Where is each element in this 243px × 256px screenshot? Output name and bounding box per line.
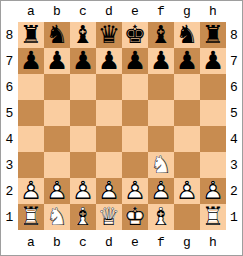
file-label-top-f: f bbox=[148, 1, 174, 22]
white-pawn-glyph: ♙ bbox=[174, 178, 200, 204]
white-bishop-glyph: ♗ bbox=[148, 204, 174, 230]
square-g3[interactable] bbox=[174, 152, 200, 178]
black-knight-glyph: ♞ bbox=[44, 22, 70, 48]
piece-black-rook[interactable]: ♜ bbox=[18, 22, 44, 48]
piece-black-bishop[interactable]: ♝ bbox=[148, 22, 174, 48]
square-b1[interactable]: ♞♘ bbox=[44, 204, 70, 230]
square-a7[interactable]: ♟ bbox=[18, 48, 44, 74]
square-h7[interactable]: ♟ bbox=[200, 48, 226, 74]
piece-black-queen[interactable]: ♛ bbox=[96, 22, 122, 48]
square-b4[interactable] bbox=[44, 126, 70, 152]
square-f4[interactable] bbox=[148, 126, 174, 152]
rank-label-right-4: 4 bbox=[226, 126, 242, 152]
piece-black-knight[interactable]: ♞ bbox=[174, 22, 200, 48]
rank-label-right-8: 8 bbox=[226, 22, 242, 48]
black-pawn-glyph: ♟ bbox=[174, 48, 200, 74]
piece-white-pawn[interactable]: ♟♙ bbox=[122, 178, 148, 204]
white-bishop-glyph: ♗ bbox=[70, 204, 96, 230]
rank-label-left-3: 3 bbox=[1, 152, 18, 178]
square-b5[interactable] bbox=[44, 100, 70, 126]
square-h6[interactable] bbox=[200, 74, 226, 100]
square-e8[interactable]: ♚ bbox=[122, 22, 148, 48]
black-pawn-glyph: ♟ bbox=[96, 48, 122, 74]
file-label-bottom-h: h bbox=[200, 230, 226, 255]
square-d7[interactable]: ♟ bbox=[96, 48, 122, 74]
piece-black-rook[interactable]: ♜ bbox=[200, 22, 226, 48]
square-c4[interactable] bbox=[70, 126, 96, 152]
piece-white-rook[interactable]: ♜♖ bbox=[18, 204, 44, 230]
piece-black-king[interactable]: ♚ bbox=[122, 22, 148, 48]
black-rook-glyph: ♜ bbox=[200, 22, 226, 48]
square-e5[interactable] bbox=[122, 100, 148, 126]
square-f3[interactable]: ♞♘ bbox=[148, 152, 174, 178]
square-c5[interactable] bbox=[70, 100, 96, 126]
square-e1[interactable]: ♚♔ bbox=[122, 204, 148, 230]
corner-spacer bbox=[1, 1, 18, 22]
piece-white-pawn[interactable]: ♟♙ bbox=[174, 178, 200, 204]
square-a8[interactable]: ♜ bbox=[18, 22, 44, 48]
black-pawn-glyph: ♟ bbox=[122, 48, 148, 74]
square-g1[interactable] bbox=[174, 204, 200, 230]
square-d8[interactable]: ♛ bbox=[96, 22, 122, 48]
white-pawn-glyph: ♙ bbox=[200, 178, 226, 204]
file-label-bottom-d: d bbox=[96, 230, 122, 255]
chess-board: abcdefgh8♜♞♝♛♚♝♞♜87♟♟♟♟♟♟♟♟76655443♞♘32♟… bbox=[1, 1, 242, 255]
square-g6[interactable] bbox=[174, 74, 200, 100]
white-pawn-glyph: ♙ bbox=[18, 178, 44, 204]
square-c2[interactable]: ♟♙ bbox=[70, 178, 96, 204]
piece-black-pawn[interactable]: ♟ bbox=[200, 48, 226, 74]
square-h1[interactable]: ♜♖ bbox=[200, 204, 226, 230]
square-d6[interactable] bbox=[96, 74, 122, 100]
square-b3[interactable] bbox=[44, 152, 70, 178]
white-pawn-glyph: ♙ bbox=[96, 178, 122, 204]
file-label-top-e: e bbox=[122, 1, 148, 22]
file-label-bottom-a: a bbox=[18, 230, 44, 255]
square-a5[interactable] bbox=[18, 100, 44, 126]
piece-white-pawn[interactable]: ♟♙ bbox=[96, 178, 122, 204]
square-f6[interactable] bbox=[148, 74, 174, 100]
white-king-glyph: ♔ bbox=[122, 204, 148, 230]
piece-white-pawn[interactable]: ♟♙ bbox=[148, 178, 174, 204]
file-label-bottom-b: b bbox=[44, 230, 70, 255]
square-f1[interactable]: ♝♗ bbox=[148, 204, 174, 230]
square-b6[interactable] bbox=[44, 74, 70, 100]
piece-black-pawn[interactable]: ♟ bbox=[96, 48, 122, 74]
square-e7[interactable]: ♟ bbox=[122, 48, 148, 74]
file-label-top-d: d bbox=[96, 1, 122, 22]
square-d3[interactable] bbox=[96, 152, 122, 178]
file-label-bottom-e: e bbox=[122, 230, 148, 255]
black-pawn-glyph: ♟ bbox=[44, 48, 70, 74]
white-rook-glyph: ♖ bbox=[200, 204, 226, 230]
piece-white-king[interactable]: ♚♔ bbox=[122, 204, 148, 230]
piece-white-knight[interactable]: ♞♘ bbox=[148, 152, 174, 178]
black-pawn-glyph: ♟ bbox=[70, 48, 96, 74]
square-h8[interactable]: ♜ bbox=[200, 22, 226, 48]
square-d1[interactable]: ♛♕ bbox=[96, 204, 122, 230]
piece-black-pawn[interactable]: ♟ bbox=[148, 48, 174, 74]
square-f8[interactable]: ♝ bbox=[148, 22, 174, 48]
piece-black-pawn[interactable]: ♟ bbox=[122, 48, 148, 74]
file-label-top-b: b bbox=[44, 1, 70, 22]
rank-label-right-6: 6 bbox=[226, 74, 242, 100]
square-f2[interactable]: ♟♙ bbox=[148, 178, 174, 204]
square-a4[interactable] bbox=[18, 126, 44, 152]
corner-spacer bbox=[226, 1, 242, 22]
file-label-bottom-c: c bbox=[70, 230, 96, 255]
square-b2[interactable]: ♟♙ bbox=[44, 178, 70, 204]
black-queen-glyph: ♛ bbox=[96, 22, 122, 48]
file-label-top-g: g bbox=[174, 1, 200, 22]
square-e2[interactable]: ♟♙ bbox=[122, 178, 148, 204]
square-h4[interactable] bbox=[200, 126, 226, 152]
square-g8[interactable]: ♞ bbox=[174, 22, 200, 48]
square-g2[interactable]: ♟♙ bbox=[174, 178, 200, 204]
rank-label-left-6: 6 bbox=[1, 74, 18, 100]
file-label-bottom-f: f bbox=[148, 230, 174, 255]
white-pawn-glyph: ♙ bbox=[70, 178, 96, 204]
rank-label-left-7: 7 bbox=[1, 48, 18, 74]
black-pawn-glyph: ♟ bbox=[200, 48, 226, 74]
square-e4[interactable] bbox=[122, 126, 148, 152]
piece-white-pawn[interactable]: ♟♙ bbox=[44, 178, 70, 204]
rank-label-left-2: 2 bbox=[1, 178, 18, 204]
file-label-top-c: c bbox=[70, 1, 96, 22]
square-h2[interactable]: ♟♙ bbox=[200, 178, 226, 204]
rank-label-left-1: 1 bbox=[1, 204, 18, 230]
rank-label-left-5: 5 bbox=[1, 100, 18, 126]
square-h5[interactable] bbox=[200, 100, 226, 126]
black-king-glyph: ♚ bbox=[122, 22, 148, 48]
square-c1[interactable]: ♝♗ bbox=[70, 204, 96, 230]
rank-label-right-3: 3 bbox=[226, 152, 242, 178]
piece-white-queen[interactable]: ♛♕ bbox=[96, 204, 122, 230]
square-a6[interactable] bbox=[18, 74, 44, 100]
square-g4[interactable] bbox=[174, 126, 200, 152]
square-c3[interactable] bbox=[70, 152, 96, 178]
rank-label-left-4: 4 bbox=[1, 126, 18, 152]
square-d5[interactable] bbox=[96, 100, 122, 126]
rank-label-right-2: 2 bbox=[226, 178, 242, 204]
square-a3[interactable] bbox=[18, 152, 44, 178]
piece-white-pawn[interactable]: ♟♙ bbox=[70, 178, 96, 204]
piece-white-rook[interactable]: ♜♖ bbox=[200, 204, 226, 230]
black-bishop-glyph: ♝ bbox=[148, 22, 174, 48]
square-g7[interactable]: ♟ bbox=[174, 48, 200, 74]
square-e3[interactable] bbox=[122, 152, 148, 178]
piece-black-pawn[interactable]: ♟ bbox=[174, 48, 200, 74]
black-rook-glyph: ♜ bbox=[18, 22, 44, 48]
rank-label-right-7: 7 bbox=[226, 48, 242, 74]
rank-label-right-5: 5 bbox=[226, 100, 242, 126]
piece-black-bishop[interactable]: ♝ bbox=[70, 22, 96, 48]
square-d2[interactable]: ♟♙ bbox=[96, 178, 122, 204]
square-c7[interactable]: ♟ bbox=[70, 48, 96, 74]
piece-white-knight[interactable]: ♞♘ bbox=[44, 204, 70, 230]
file-label-bottom-g: g bbox=[174, 230, 200, 255]
square-c8[interactable]: ♝ bbox=[70, 22, 96, 48]
square-e6[interactable] bbox=[122, 74, 148, 100]
corner-spacer bbox=[1, 230, 18, 255]
piece-white-pawn[interactable]: ♟♙ bbox=[18, 178, 44, 204]
file-label-top-h: h bbox=[200, 1, 226, 22]
square-c6[interactable] bbox=[70, 74, 96, 100]
piece-white-bishop[interactable]: ♝♗ bbox=[70, 204, 96, 230]
square-a2[interactable]: ♟♙ bbox=[18, 178, 44, 204]
white-pawn-glyph: ♙ bbox=[148, 178, 174, 204]
piece-black-pawn[interactable]: ♟ bbox=[18, 48, 44, 74]
white-pawn-glyph: ♙ bbox=[122, 178, 148, 204]
piece-white-bishop[interactable]: ♝♗ bbox=[148, 204, 174, 230]
square-b8[interactable]: ♞ bbox=[44, 22, 70, 48]
square-g5[interactable] bbox=[174, 100, 200, 126]
white-rook-glyph: ♖ bbox=[18, 204, 44, 230]
square-b7[interactable]: ♟ bbox=[44, 48, 70, 74]
square-h3[interactable] bbox=[200, 152, 226, 178]
black-pawn-glyph: ♟ bbox=[148, 48, 174, 74]
white-knight-glyph: ♘ bbox=[148, 152, 174, 178]
square-f7[interactable]: ♟ bbox=[148, 48, 174, 74]
rank-label-right-1: 1 bbox=[226, 204, 242, 230]
black-knight-glyph: ♞ bbox=[174, 22, 200, 48]
piece-black-pawn[interactable]: ♟ bbox=[44, 48, 70, 74]
white-knight-glyph: ♘ bbox=[44, 204, 70, 230]
black-bishop-glyph: ♝ bbox=[70, 22, 96, 48]
piece-white-pawn[interactable]: ♟♙ bbox=[200, 178, 226, 204]
square-d4[interactable] bbox=[96, 126, 122, 152]
corner-spacer bbox=[226, 230, 242, 255]
white-pawn-glyph: ♙ bbox=[44, 178, 70, 204]
piece-black-knight[interactable]: ♞ bbox=[44, 22, 70, 48]
square-a1[interactable]: ♜♖ bbox=[18, 204, 44, 230]
black-pawn-glyph: ♟ bbox=[18, 48, 44, 74]
rank-label-left-8: 8 bbox=[1, 22, 18, 48]
white-queen-glyph: ♕ bbox=[96, 204, 122, 230]
piece-black-pawn[interactable]: ♟ bbox=[70, 48, 96, 74]
file-label-top-a: a bbox=[18, 1, 44, 22]
square-f5[interactable] bbox=[148, 100, 174, 126]
chess-widget: abcdefgh8♜♞♝♛♚♝♞♜87♟♟♟♟♟♟♟♟76655443♞♘32♟… bbox=[0, 0, 243, 256]
